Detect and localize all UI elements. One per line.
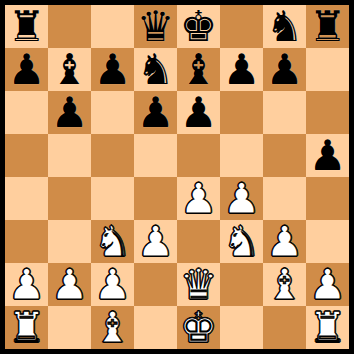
piece-white-pawn[interactable]: ♟ [94, 263, 132, 306]
square-c7[interactable]: ♟ [91, 48, 134, 91]
piece-black-bishop[interactable]: ♝ [51, 48, 89, 91]
square-h1[interactable]: ♜ [306, 306, 349, 349]
square-c6[interactable] [91, 91, 134, 134]
square-d7[interactable]: ♞ [134, 48, 177, 91]
square-g5[interactable] [263, 134, 306, 177]
piece-black-king[interactable]: ♚ [180, 5, 218, 48]
piece-black-knight[interactable]: ♞ [266, 5, 304, 48]
square-f1[interactable] [220, 306, 263, 349]
square-e8[interactable]: ♚ [177, 5, 220, 48]
square-a1[interactable]: ♜ [5, 306, 48, 349]
square-e6[interactable]: ♟ [177, 91, 220, 134]
piece-black-knight[interactable]: ♞ [137, 48, 175, 91]
piece-white-pawn[interactable]: ♟ [309, 263, 347, 306]
square-a7[interactable]: ♟ [5, 48, 48, 91]
square-a6[interactable] [5, 91, 48, 134]
square-h3[interactable] [306, 220, 349, 263]
piece-white-bishop[interactable]: ♝ [266, 263, 304, 306]
square-d5[interactable] [134, 134, 177, 177]
square-d1[interactable] [134, 306, 177, 349]
square-b2[interactable]: ♟ [48, 263, 91, 306]
square-c5[interactable] [91, 134, 134, 177]
square-b1[interactable] [48, 306, 91, 349]
piece-white-knight[interactable]: ♞ [223, 220, 261, 263]
square-f7[interactable]: ♟ [220, 48, 263, 91]
piece-black-bishop[interactable]: ♝ [180, 48, 218, 91]
square-g4[interactable] [263, 177, 306, 220]
square-c4[interactable] [91, 177, 134, 220]
square-h5[interactable]: ♟ [306, 134, 349, 177]
square-e2[interactable]: ♛ [177, 263, 220, 306]
square-c2[interactable]: ♟ [91, 263, 134, 306]
piece-black-rook[interactable]: ♜ [8, 5, 46, 48]
piece-white-queen[interactable]: ♛ [180, 263, 218, 306]
piece-white-bishop[interactable]: ♝ [94, 306, 132, 349]
square-b6[interactable]: ♟ [48, 91, 91, 134]
piece-white-pawn[interactable]: ♟ [223, 177, 261, 220]
piece-black-rook[interactable]: ♜ [309, 5, 347, 48]
piece-white-knight[interactable]: ♞ [94, 220, 132, 263]
square-g3[interactable]: ♟ [263, 220, 306, 263]
piece-black-pawn[interactable]: ♟ [51, 91, 89, 134]
piece-black-pawn[interactable]: ♟ [180, 91, 218, 134]
piece-white-rook[interactable]: ♜ [8, 306, 46, 349]
square-d8[interactable]: ♛ [134, 5, 177, 48]
square-a5[interactable] [5, 134, 48, 177]
piece-black-pawn[interactable]: ♟ [94, 48, 132, 91]
square-f8[interactable] [220, 5, 263, 48]
square-f3[interactable]: ♞ [220, 220, 263, 263]
square-d3[interactable]: ♟ [134, 220, 177, 263]
square-f2[interactable] [220, 263, 263, 306]
square-e3[interactable] [177, 220, 220, 263]
square-a4[interactable] [5, 177, 48, 220]
piece-white-king[interactable]: ♚ [180, 306, 218, 349]
square-f6[interactable] [220, 91, 263, 134]
piece-black-queen[interactable]: ♛ [137, 5, 175, 48]
square-d2[interactable] [134, 263, 177, 306]
square-b4[interactable] [48, 177, 91, 220]
square-b3[interactable] [48, 220, 91, 263]
piece-white-pawn[interactable]: ♟ [8, 263, 46, 306]
square-h8[interactable]: ♜ [306, 5, 349, 48]
square-e4[interactable]: ♟ [177, 177, 220, 220]
square-e5[interactable] [177, 134, 220, 177]
piece-white-pawn[interactable]: ♟ [51, 263, 89, 306]
piece-black-pawn[interactable]: ♟ [309, 134, 347, 177]
piece-white-pawn[interactable]: ♟ [137, 220, 175, 263]
piece-white-pawn[interactable]: ♟ [266, 220, 304, 263]
square-h2[interactable]: ♟ [306, 263, 349, 306]
square-g8[interactable]: ♞ [263, 5, 306, 48]
square-f5[interactable] [220, 134, 263, 177]
square-g6[interactable] [263, 91, 306, 134]
square-g1[interactable] [263, 306, 306, 349]
piece-black-pawn[interactable]: ♟ [8, 48, 46, 91]
square-a3[interactable] [5, 220, 48, 263]
square-c3[interactable]: ♞ [91, 220, 134, 263]
chess-board: ♜♛♚♞♜♟♝♟♞♝♟♟♟♟♟♟♟♟♞♟♞♟♟♟♟♛♝♟♜♝♚♜ [5, 5, 349, 349]
square-b7[interactable]: ♝ [48, 48, 91, 91]
square-h7[interactable] [306, 48, 349, 91]
square-e1[interactable]: ♚ [177, 306, 220, 349]
piece-black-pawn[interactable]: ♟ [266, 48, 304, 91]
square-c1[interactable]: ♝ [91, 306, 134, 349]
square-h4[interactable] [306, 177, 349, 220]
square-c8[interactable] [91, 5, 134, 48]
piece-black-pawn[interactable]: ♟ [137, 91, 175, 134]
board-frame: ♜♛♚♞♜♟♝♟♞♝♟♟♟♟♟♟♟♟♞♟♞♟♟♟♟♛♝♟♜♝♚♜ [0, 0, 354, 354]
square-d6[interactable]: ♟ [134, 91, 177, 134]
square-a8[interactable]: ♜ [5, 5, 48, 48]
square-e7[interactable]: ♝ [177, 48, 220, 91]
piece-black-pawn[interactable]: ♟ [223, 48, 261, 91]
square-f4[interactable]: ♟ [220, 177, 263, 220]
square-g2[interactable]: ♝ [263, 263, 306, 306]
piece-white-pawn[interactable]: ♟ [180, 177, 218, 220]
square-b8[interactable] [48, 5, 91, 48]
square-g7[interactable]: ♟ [263, 48, 306, 91]
square-h6[interactable] [306, 91, 349, 134]
square-b5[interactable] [48, 134, 91, 177]
square-d4[interactable] [134, 177, 177, 220]
piece-white-rook[interactable]: ♜ [309, 306, 347, 349]
square-a2[interactable]: ♟ [5, 263, 48, 306]
